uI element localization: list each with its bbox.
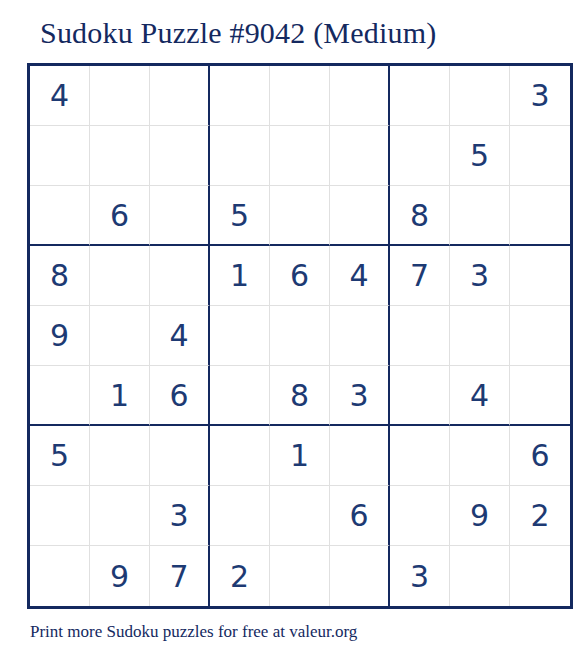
cell-r2c5: [270, 126, 330, 186]
cell-r3c3: [150, 186, 210, 246]
footer-text: Print more Sudoku puzzles for free at va…: [30, 622, 574, 642]
cell-r5c5: [270, 306, 330, 366]
cell-r7c4: [210, 426, 270, 486]
cell-r8c1: [30, 486, 90, 546]
cell-r8c9: 2: [510, 486, 570, 546]
cell-r7c5: 1: [270, 426, 330, 486]
cell-r8c5: [270, 486, 330, 546]
cell-r8c8: 9: [450, 486, 510, 546]
cell-r9c1: [30, 546, 90, 606]
cell-r1c8: [450, 66, 510, 126]
cell-r4c5: 6: [270, 246, 330, 306]
cell-r3c1: [30, 186, 90, 246]
page-title: Sudoku Puzzle #9042 (Medium): [40, 16, 574, 50]
cell-r5c4: [210, 306, 270, 366]
cell-r6c3: 6: [150, 366, 210, 426]
cell-r5c9: [510, 306, 570, 366]
cell-r4c4: 1: [210, 246, 270, 306]
cell-r4c7: 7: [390, 246, 450, 306]
cell-r1c5: [270, 66, 330, 126]
cell-r2c6: [330, 126, 390, 186]
cell-r2c2: [90, 126, 150, 186]
cell-r9c7: 3: [390, 546, 450, 606]
cell-r3c5: [270, 186, 330, 246]
cell-r4c9: [510, 246, 570, 306]
cell-r3c6: [330, 186, 390, 246]
cell-r7c9: 6: [510, 426, 570, 486]
cell-r2c3: [150, 126, 210, 186]
cell-r6c4: [210, 366, 270, 426]
cell-r4c8: 3: [450, 246, 510, 306]
cell-r1c7: [390, 66, 450, 126]
cell-r1c1: 4: [30, 66, 90, 126]
cell-r5c7: [390, 306, 450, 366]
cell-r7c6: [330, 426, 390, 486]
cell-r6c1: [30, 366, 90, 426]
cell-r5c8: [450, 306, 510, 366]
cell-r3c8: [450, 186, 510, 246]
cell-r8c3: 3: [150, 486, 210, 546]
cell-r6c6: 3: [330, 366, 390, 426]
cell-r6c5: 8: [270, 366, 330, 426]
cell-r5c6: [330, 306, 390, 366]
cell-r1c3: [150, 66, 210, 126]
cell-r7c3: [150, 426, 210, 486]
cell-r2c4: [210, 126, 270, 186]
cell-r6c7: [390, 366, 450, 426]
cell-r9c9: [510, 546, 570, 606]
cell-r5c2: [90, 306, 150, 366]
cell-r7c2: [90, 426, 150, 486]
cell-r8c6: 6: [330, 486, 390, 546]
cell-r1c9: 3: [510, 66, 570, 126]
cell-r9c3: 7: [150, 546, 210, 606]
cell-r4c1: 8: [30, 246, 90, 306]
cell-r4c6: 4: [330, 246, 390, 306]
cell-r9c6: [330, 546, 390, 606]
cell-r3c2: 6: [90, 186, 150, 246]
cell-r2c1: [30, 126, 90, 186]
cell-r5c1: 9: [30, 306, 90, 366]
cell-r1c6: [330, 66, 390, 126]
cell-r3c4: 5: [210, 186, 270, 246]
cell-r6c9: [510, 366, 570, 426]
cell-r8c2: [90, 486, 150, 546]
cell-r2c8: 5: [450, 126, 510, 186]
cell-r7c1: 5: [30, 426, 90, 486]
cell-r4c2: [90, 246, 150, 306]
cell-r2c9: [510, 126, 570, 186]
cell-r6c8: 4: [450, 366, 510, 426]
cell-r9c8: [450, 546, 510, 606]
cell-r9c2: 9: [90, 546, 150, 606]
cell-r2c7: [390, 126, 450, 186]
cell-r8c7: [390, 486, 450, 546]
cell-r4c3: [150, 246, 210, 306]
cell-r5c3: 4: [150, 306, 210, 366]
sudoku-board: 435658816473941683451636929723: [27, 63, 573, 609]
cell-r1c2: [90, 66, 150, 126]
cell-r9c4: 2: [210, 546, 270, 606]
cell-r1c4: [210, 66, 270, 126]
cell-r3c9: [510, 186, 570, 246]
cell-r6c2: 1: [90, 366, 150, 426]
cell-r8c4: [210, 486, 270, 546]
cell-r3c7: 8: [390, 186, 450, 246]
cell-r7c8: [450, 426, 510, 486]
cell-r7c7: [390, 426, 450, 486]
cell-r9c5: [270, 546, 330, 606]
